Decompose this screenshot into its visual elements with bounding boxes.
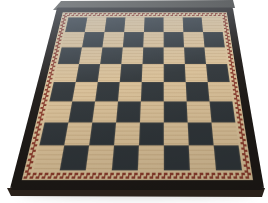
square-g3: [187, 101, 212, 122]
square-g2: [188, 122, 214, 145]
square-c2: [89, 122, 116, 145]
square-b4: [72, 82, 98, 101]
square-e2: [139, 122, 164, 145]
board-grid: [34, 17, 242, 170]
square-b2: [64, 122, 92, 145]
square-b5: [76, 64, 100, 82]
square-g5: [185, 64, 208, 82]
square-e3: [140, 101, 164, 122]
square-f4: [164, 82, 187, 101]
square-f5: [164, 64, 186, 82]
square-e4: [141, 82, 164, 101]
square-c8: [104, 17, 125, 31]
square-c7: [102, 32, 124, 48]
square-f7: [164, 32, 184, 48]
square-e1: [138, 145, 164, 170]
square-b3: [68, 101, 95, 122]
square-f6: [164, 47, 185, 64]
square-d4: [118, 82, 142, 101]
square-h6: [204, 47, 227, 64]
square-c3: [92, 101, 118, 122]
square-h8: [202, 17, 223, 31]
square-g6: [184, 47, 206, 64]
square-b8: [85, 17, 107, 31]
board-photo: [0, 0, 268, 203]
square-e8: [144, 17, 164, 31]
square-d3: [116, 101, 141, 122]
square-d5: [120, 64, 143, 82]
square-g4: [186, 82, 210, 101]
square-d1: [112, 145, 139, 170]
square-d8: [124, 17, 144, 31]
square-d7: [123, 32, 144, 48]
square-f1: [164, 145, 190, 170]
square-h5: [206, 64, 230, 82]
square-f2: [164, 122, 189, 145]
square-d6: [121, 47, 143, 64]
square-e7: [143, 32, 163, 48]
square-c1: [86, 145, 114, 170]
square-f3: [164, 101, 188, 122]
square-g1: [189, 145, 216, 170]
square-h4: [208, 82, 233, 101]
square-h3: [210, 101, 236, 122]
square-f8: [164, 17, 184, 31]
square-h7: [203, 32, 225, 48]
square-c6: [100, 47, 123, 64]
square-b1: [60, 145, 89, 170]
square-c4: [95, 82, 120, 101]
square-h1: [214, 145, 242, 170]
square-g8: [183, 17, 203, 31]
square-b7: [82, 32, 105, 48]
board-perspective-wrapper: [0, 0, 268, 203]
square-b6: [79, 47, 102, 64]
square-e6: [142, 47, 163, 64]
chess-board: [10, 7, 265, 190]
square-c5: [98, 64, 122, 82]
square-h2: [212, 122, 239, 145]
square-e5: [142, 64, 164, 82]
square-g7: [183, 32, 204, 48]
square-d2: [114, 122, 140, 145]
